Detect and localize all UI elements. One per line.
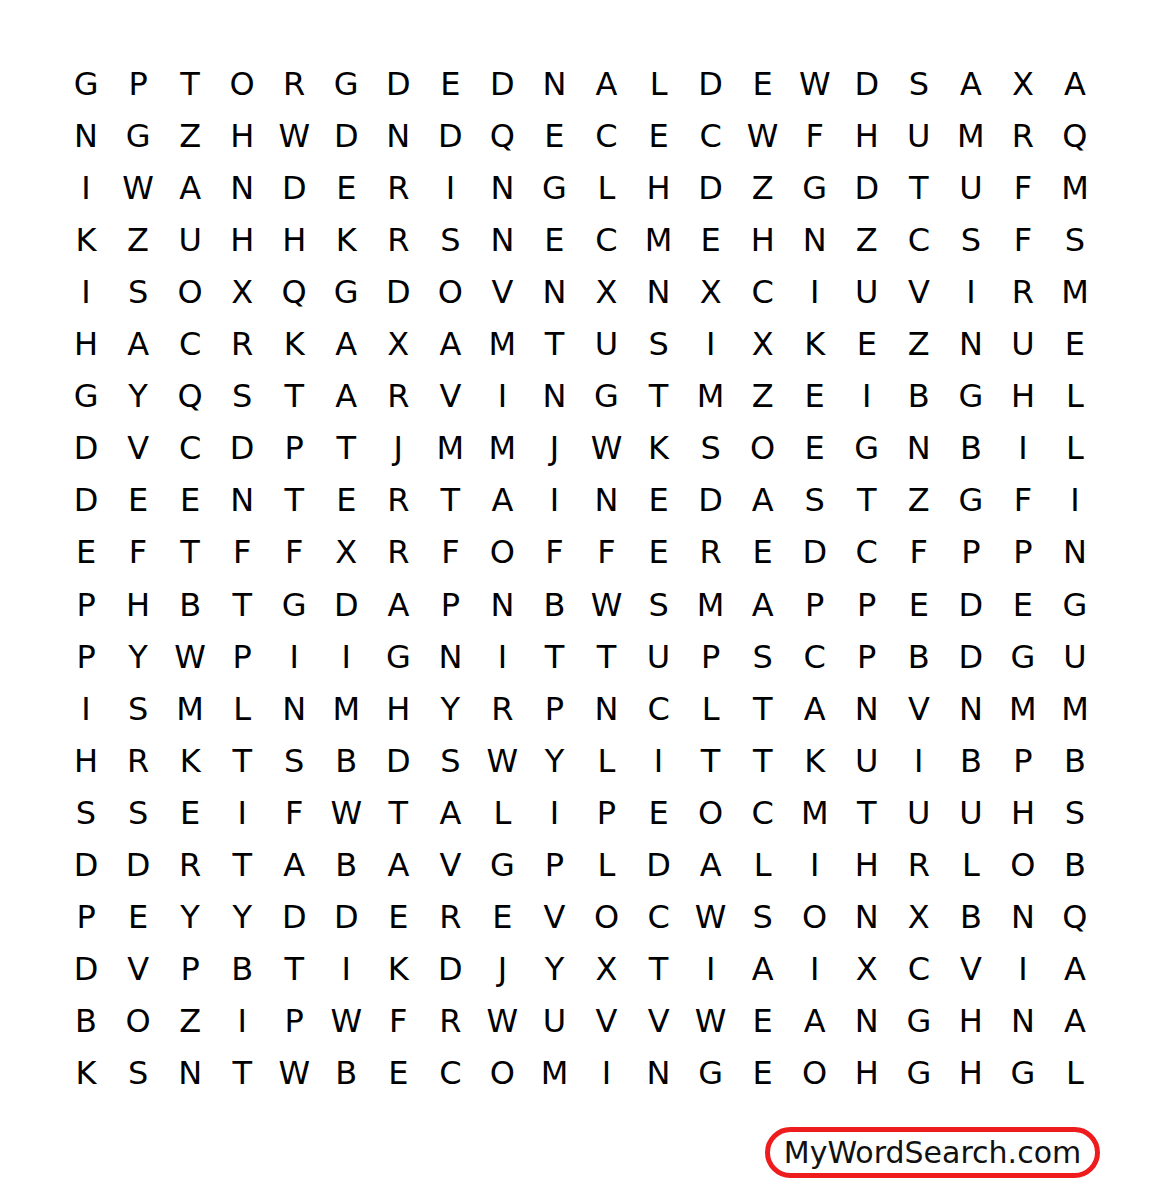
grid-cell-r2c2[interactable]: G	[112, 110, 164, 162]
grid-cell-r19c10[interactable]: U	[528, 995, 580, 1047]
grid-cell-r7c16[interactable]: I	[841, 370, 893, 422]
grid-cell-r12c18[interactable]: D	[945, 631, 997, 683]
grid-cell-r12c6[interactable]: I	[320, 631, 372, 683]
grid-cell-r19c18[interactable]: H	[945, 995, 997, 1047]
grid-cell-r15c9[interactable]: L	[476, 787, 528, 839]
grid-cell-r8c18[interactable]: B	[945, 422, 997, 474]
grid-cell-r7c5[interactable]: T	[268, 370, 320, 422]
grid-cell-r2c6[interactable]: D	[320, 110, 372, 162]
grid-cell-r15c10[interactable]: I	[528, 787, 580, 839]
grid-cell-r13c12[interactable]: C	[633, 683, 685, 735]
grid-cell-r9c19[interactable]: F	[997, 474, 1049, 526]
grid-cell-r4c6[interactable]: K	[320, 214, 372, 266]
grid-cell-r17c3[interactable]: Y	[164, 891, 216, 943]
grid-cell-r10c12[interactable]: E	[633, 526, 685, 578]
grid-cell-r20c4[interactable]: T	[216, 1047, 268, 1099]
grid-cell-r15c4[interactable]: I	[216, 787, 268, 839]
grid-cell-r9c13[interactable]: D	[685, 474, 737, 526]
grid-cell-r17c15[interactable]: O	[789, 891, 841, 943]
grid-cell-r6c12[interactable]: S	[633, 318, 685, 370]
grid-cell-r5c13[interactable]: X	[685, 266, 737, 318]
grid-cell-r7c3[interactable]: Q	[164, 370, 216, 422]
grid-cell-r12c5[interactable]: I	[268, 631, 320, 683]
grid-cell-r13c4[interactable]: L	[216, 683, 268, 735]
grid-cell-r14c5[interactable]: S	[268, 735, 320, 787]
grid-cell-r4c13[interactable]: E	[685, 214, 737, 266]
grid-cell-r15c17[interactable]: U	[893, 787, 945, 839]
grid-cell-r9c5[interactable]: T	[268, 474, 320, 526]
grid-cell-r19c7[interactable]: F	[372, 995, 424, 1047]
grid-cell-r19c16[interactable]: N	[841, 995, 893, 1047]
grid-cell-r16c18[interactable]: L	[945, 839, 997, 891]
grid-cell-r11c2[interactable]: H	[112, 578, 164, 630]
grid-cell-r17c19[interactable]: N	[997, 891, 1049, 943]
grid-cell-r7c17[interactable]: B	[893, 370, 945, 422]
grid-cell-r12c16[interactable]: P	[841, 631, 893, 683]
grid-cell-r20c6[interactable]: B	[320, 1047, 372, 1099]
grid-cell-r20c1[interactable]: K	[60, 1047, 112, 1099]
grid-cell-r13c6[interactable]: M	[320, 683, 372, 735]
grid-cell-r15c20[interactable]: S	[1049, 787, 1101, 839]
grid-cell-r19c2[interactable]: O	[112, 995, 164, 1047]
grid-cell-r17c2[interactable]: E	[112, 891, 164, 943]
grid-cell-r9c16[interactable]: T	[841, 474, 893, 526]
grid-cell-r18c17[interactable]: C	[893, 943, 945, 995]
grid-cell-r1c16[interactable]: D	[841, 58, 893, 110]
grid-cell-r20c5[interactable]: W	[268, 1047, 320, 1099]
grid-cell-r14c16[interactable]: U	[841, 735, 893, 787]
grid-cell-r2c1[interactable]: N	[60, 110, 112, 162]
grid-cell-r11c16[interactable]: P	[841, 578, 893, 630]
grid-cell-r7c9[interactable]: I	[476, 370, 528, 422]
grid-cell-r9c9[interactable]: A	[476, 474, 528, 526]
grid-cell-r5c17[interactable]: V	[893, 266, 945, 318]
grid-cell-r10c14[interactable]: E	[737, 526, 789, 578]
grid-cell-r10c13[interactable]: R	[685, 526, 737, 578]
grid-cell-r15c19[interactable]: H	[997, 787, 1049, 839]
grid-cell-r10c16[interactable]: C	[841, 526, 893, 578]
grid-cell-r20c14[interactable]: E	[737, 1047, 789, 1099]
grid-cell-r5c10[interactable]: N	[528, 266, 580, 318]
grid-cell-r14c9[interactable]: W	[476, 735, 528, 787]
grid-cell-r16c9[interactable]: G	[476, 839, 528, 891]
grid-cell-r7c12[interactable]: T	[633, 370, 685, 422]
grid-cell-r9c11[interactable]: N	[580, 474, 632, 526]
grid-cell-r14c20[interactable]: B	[1049, 735, 1101, 787]
grid-cell-r12c2[interactable]: Y	[112, 631, 164, 683]
grid-cell-r10c20[interactable]: N	[1049, 526, 1101, 578]
grid-cell-r9c1[interactable]: D	[60, 474, 112, 526]
grid-cell-r3c10[interactable]: G	[528, 162, 580, 214]
grid-cell-r17c20[interactable]: Q	[1049, 891, 1101, 943]
grid-cell-r16c3[interactable]: R	[164, 839, 216, 891]
grid-cell-r9c3[interactable]: E	[164, 474, 216, 526]
grid-cell-r15c2[interactable]: S	[112, 787, 164, 839]
grid-cell-r10c19[interactable]: P	[997, 526, 1049, 578]
grid-cell-r5c7[interactable]: D	[372, 266, 424, 318]
grid-cell-r3c4[interactable]: N	[216, 162, 268, 214]
grid-cell-r2c20[interactable]: Q	[1049, 110, 1101, 162]
grid-cell-r13c1[interactable]: I	[60, 683, 112, 735]
grid-cell-r12c14[interactable]: S	[737, 631, 789, 683]
grid-cell-r8c6[interactable]: T	[320, 422, 372, 474]
grid-cell-r4c19[interactable]: F	[997, 214, 1049, 266]
grid-cell-r17c10[interactable]: V	[528, 891, 580, 943]
grid-cell-r4c12[interactable]: M	[633, 214, 685, 266]
grid-cell-r1c12[interactable]: L	[633, 58, 685, 110]
grid-cell-r11c19[interactable]: E	[997, 578, 1049, 630]
grid-cell-r18c19[interactable]: I	[997, 943, 1049, 995]
grid-cell-r12c8[interactable]: N	[424, 631, 476, 683]
grid-cell-r19c14[interactable]: E	[737, 995, 789, 1047]
grid-cell-r18c2[interactable]: V	[112, 943, 164, 995]
grid-cell-r20c19[interactable]: G	[997, 1047, 1049, 1099]
grid-cell-r3c20[interactable]: M	[1049, 162, 1101, 214]
grid-cell-r9c7[interactable]: R	[372, 474, 424, 526]
grid-cell-r9c14[interactable]: A	[737, 474, 789, 526]
grid-cell-r6c11[interactable]: U	[580, 318, 632, 370]
grid-cell-r18c20[interactable]: A	[1049, 943, 1101, 995]
grid-cell-r11c8[interactable]: P	[424, 578, 476, 630]
grid-cell-r16c4[interactable]: T	[216, 839, 268, 891]
grid-cell-r10c17[interactable]: F	[893, 526, 945, 578]
grid-cell-r8c16[interactable]: G	[841, 422, 893, 474]
grid-cell-r14c2[interactable]: R	[112, 735, 164, 787]
grid-cell-r2c5[interactable]: W	[268, 110, 320, 162]
grid-cell-r1c4[interactable]: O	[216, 58, 268, 110]
grid-cell-r19c19[interactable]: N	[997, 995, 1049, 1047]
grid-cell-r16c12[interactable]: D	[633, 839, 685, 891]
grid-cell-r19c17[interactable]: G	[893, 995, 945, 1047]
grid-cell-r18c4[interactable]: B	[216, 943, 268, 995]
grid-cell-r6c6[interactable]: A	[320, 318, 372, 370]
grid-cell-r8c1[interactable]: D	[60, 422, 112, 474]
grid-cell-r8c3[interactable]: C	[164, 422, 216, 474]
grid-cell-r7c20[interactable]: L	[1049, 370, 1101, 422]
grid-cell-r19c11[interactable]: V	[580, 995, 632, 1047]
grid-cell-r13c2[interactable]: S	[112, 683, 164, 735]
grid-cell-r9c12[interactable]: E	[633, 474, 685, 526]
grid-cell-r10c2[interactable]: F	[112, 526, 164, 578]
grid-cell-r10c5[interactable]: F	[268, 526, 320, 578]
grid-cell-r3c3[interactable]: A	[164, 162, 216, 214]
grid-cell-r19c3[interactable]: Z	[164, 995, 216, 1047]
grid-cell-r1c3[interactable]: T	[164, 58, 216, 110]
grid-cell-r7c8[interactable]: V	[424, 370, 476, 422]
grid-cell-r6c7[interactable]: X	[372, 318, 424, 370]
grid-cell-r5c16[interactable]: U	[841, 266, 893, 318]
grid-cell-r11c3[interactable]: B	[164, 578, 216, 630]
grid-cell-r11c14[interactable]: A	[737, 578, 789, 630]
grid-cell-r3c17[interactable]: T	[893, 162, 945, 214]
grid-cell-r13c9[interactable]: R	[476, 683, 528, 735]
grid-cell-r3c9[interactable]: N	[476, 162, 528, 214]
grid-cell-r12c1[interactable]: P	[60, 631, 112, 683]
grid-cell-r5c6[interactable]: G	[320, 266, 372, 318]
grid-cell-r7c15[interactable]: E	[789, 370, 841, 422]
grid-cell-r11c4[interactable]: T	[216, 578, 268, 630]
grid-cell-r18c1[interactable]: D	[60, 943, 112, 995]
grid-cell-r12c12[interactable]: U	[633, 631, 685, 683]
grid-cell-r20c18[interactable]: H	[945, 1047, 997, 1099]
grid-cell-r12c13[interactable]: P	[685, 631, 737, 683]
grid-cell-r11c18[interactable]: D	[945, 578, 997, 630]
grid-cell-r4c15[interactable]: N	[789, 214, 841, 266]
grid-cell-r2c8[interactable]: D	[424, 110, 476, 162]
grid-cell-r8c19[interactable]: I	[997, 422, 1049, 474]
grid-cell-r18c5[interactable]: T	[268, 943, 320, 995]
grid-cell-r14c3[interactable]: K	[164, 735, 216, 787]
grid-cell-r3c19[interactable]: F	[997, 162, 1049, 214]
grid-cell-r19c4[interactable]: I	[216, 995, 268, 1047]
grid-cell-r11c12[interactable]: S	[633, 578, 685, 630]
grid-cell-r10c4[interactable]: F	[216, 526, 268, 578]
grid-cell-r16c13[interactable]: A	[685, 839, 737, 891]
grid-cell-r10c7[interactable]: R	[372, 526, 424, 578]
grid-cell-r5c19[interactable]: R	[997, 266, 1049, 318]
grid-cell-r18c15[interactable]: I	[789, 943, 841, 995]
grid-cell-r13c18[interactable]: N	[945, 683, 997, 735]
grid-cell-r9c6[interactable]: E	[320, 474, 372, 526]
grid-cell-r6c14[interactable]: X	[737, 318, 789, 370]
grid-cell-r16c11[interactable]: L	[580, 839, 632, 891]
grid-cell-r17c11[interactable]: O	[580, 891, 632, 943]
grid-cell-r16c16[interactable]: H	[841, 839, 893, 891]
grid-cell-r20c10[interactable]: M	[528, 1047, 580, 1099]
grid-cell-r1c11[interactable]: A	[580, 58, 632, 110]
grid-cell-r4c1[interactable]: K	[60, 214, 112, 266]
grid-cell-r20c11[interactable]: I	[580, 1047, 632, 1099]
grid-cell-r19c6[interactable]: W	[320, 995, 372, 1047]
grid-cell-r7c19[interactable]: H	[997, 370, 1049, 422]
grid-cell-r11c6[interactable]: D	[320, 578, 372, 630]
grid-cell-r3c1[interactable]: I	[60, 162, 112, 214]
grid-cell-r3c18[interactable]: U	[945, 162, 997, 214]
grid-cell-r18c7[interactable]: K	[372, 943, 424, 995]
grid-cell-r18c14[interactable]: A	[737, 943, 789, 995]
grid-cell-r17c8[interactable]: R	[424, 891, 476, 943]
grid-cell-r15c13[interactable]: O	[685, 787, 737, 839]
grid-cell-r16c14[interactable]: L	[737, 839, 789, 891]
grid-cell-r18c10[interactable]: Y	[528, 943, 580, 995]
grid-cell-r2c10[interactable]: E	[528, 110, 580, 162]
grid-cell-r6c3[interactable]: C	[164, 318, 216, 370]
grid-cell-r9c2[interactable]: E	[112, 474, 164, 526]
grid-cell-r14c11[interactable]: L	[580, 735, 632, 787]
grid-cell-r7c2[interactable]: Y	[112, 370, 164, 422]
grid-cell-r7c4[interactable]: S	[216, 370, 268, 422]
grid-cell-r19c15[interactable]: A	[789, 995, 841, 1047]
grid-cell-r3c12[interactable]: H	[633, 162, 685, 214]
grid-cell-r19c1[interactable]: B	[60, 995, 112, 1047]
grid-cell-r17c7[interactable]: E	[372, 891, 424, 943]
grid-cell-r10c11[interactable]: F	[580, 526, 632, 578]
grid-cell-r17c4[interactable]: Y	[216, 891, 268, 943]
grid-cell-r1c20[interactable]: A	[1049, 58, 1101, 110]
grid-cell-r13c11[interactable]: N	[580, 683, 632, 735]
grid-cell-r13c14[interactable]: T	[737, 683, 789, 735]
grid-cell-r18c13[interactable]: I	[685, 943, 737, 995]
grid-cell-r5c4[interactable]: X	[216, 266, 268, 318]
grid-cell-r5c14[interactable]: C	[737, 266, 789, 318]
grid-cell-r16c6[interactable]: B	[320, 839, 372, 891]
grid-cell-r6c9[interactable]: M	[476, 318, 528, 370]
grid-cell-r18c8[interactable]: D	[424, 943, 476, 995]
grid-cell-r12c10[interactable]: T	[528, 631, 580, 683]
grid-cell-r19c9[interactable]: W	[476, 995, 528, 1047]
grid-cell-r1c1[interactable]: G	[60, 58, 112, 110]
grid-cell-r1c13[interactable]: D	[685, 58, 737, 110]
grid-cell-r16c10[interactable]: P	[528, 839, 580, 891]
grid-cell-r16c7[interactable]: A	[372, 839, 424, 891]
grid-cell-r4c8[interactable]: S	[424, 214, 476, 266]
grid-cell-r6c8[interactable]: A	[424, 318, 476, 370]
grid-cell-r2c18[interactable]: M	[945, 110, 997, 162]
grid-cell-r14c1[interactable]: H	[60, 735, 112, 787]
grid-cell-r8c8[interactable]: M	[424, 422, 476, 474]
grid-cell-r10c18[interactable]: P	[945, 526, 997, 578]
grid-cell-r4c20[interactable]: S	[1049, 214, 1101, 266]
grid-cell-r14c18[interactable]: B	[945, 735, 997, 787]
grid-cell-r9c18[interactable]: G	[945, 474, 997, 526]
grid-cell-r11c11[interactable]: W	[580, 578, 632, 630]
grid-cell-r20c7[interactable]: E	[372, 1047, 424, 1099]
grid-cell-r9c4[interactable]: N	[216, 474, 268, 526]
grid-cell-r8c11[interactable]: W	[580, 422, 632, 474]
grid-cell-r18c6[interactable]: I	[320, 943, 372, 995]
grid-cell-r13c20[interactable]: M	[1049, 683, 1101, 735]
grid-cell-r9c20[interactable]: I	[1049, 474, 1101, 526]
grid-cell-r13c16[interactable]: N	[841, 683, 893, 735]
grid-cell-r14c13[interactable]: T	[685, 735, 737, 787]
grid-cell-r9c10[interactable]: I	[528, 474, 580, 526]
grid-cell-r6c19[interactable]: U	[997, 318, 1049, 370]
grid-cell-r8c2[interactable]: V	[112, 422, 164, 474]
grid-cell-r8c4[interactable]: D	[216, 422, 268, 474]
grid-cell-r16c17[interactable]: R	[893, 839, 945, 891]
grid-cell-r14c8[interactable]: S	[424, 735, 476, 787]
grid-cell-r19c20[interactable]: A	[1049, 995, 1101, 1047]
grid-cell-r11c5[interactable]: G	[268, 578, 320, 630]
grid-cell-r20c20[interactable]: L	[1049, 1047, 1101, 1099]
grid-cell-r17c9[interactable]: E	[476, 891, 528, 943]
grid-cell-r19c8[interactable]: R	[424, 995, 476, 1047]
grid-cell-r11c17[interactable]: E	[893, 578, 945, 630]
grid-cell-r11c15[interactable]: P	[789, 578, 841, 630]
grid-cell-r4c3[interactable]: U	[164, 214, 216, 266]
grid-cell-r2c14[interactable]: W	[737, 110, 789, 162]
grid-cell-r17c18[interactable]: B	[945, 891, 997, 943]
grid-cell-r15c6[interactable]: W	[320, 787, 372, 839]
grid-cell-r15c16[interactable]: T	[841, 787, 893, 839]
grid-cell-r1c6[interactable]: G	[320, 58, 372, 110]
grid-cell-r2c9[interactable]: Q	[476, 110, 528, 162]
grid-cell-r12c9[interactable]: I	[476, 631, 528, 683]
grid-cell-r19c13[interactable]: W	[685, 995, 737, 1047]
grid-cell-r6c13[interactable]: I	[685, 318, 737, 370]
grid-cell-r11c9[interactable]: N	[476, 578, 528, 630]
grid-cell-r7c6[interactable]: A	[320, 370, 372, 422]
grid-cell-r8c17[interactable]: N	[893, 422, 945, 474]
grid-cell-r1c17[interactable]: S	[893, 58, 945, 110]
grid-cell-r12c11[interactable]: T	[580, 631, 632, 683]
grid-cell-r4c2[interactable]: Z	[112, 214, 164, 266]
grid-cell-r11c1[interactable]: P	[60, 578, 112, 630]
grid-cell-r15c18[interactable]: U	[945, 787, 997, 839]
grid-cell-r12c7[interactable]: G	[372, 631, 424, 683]
grid-cell-r11c13[interactable]: M	[685, 578, 737, 630]
grid-cell-r13c7[interactable]: H	[372, 683, 424, 735]
grid-cell-r6c2[interactable]: A	[112, 318, 164, 370]
grid-cell-r14c7[interactable]: D	[372, 735, 424, 787]
grid-cell-r7c11[interactable]: G	[580, 370, 632, 422]
grid-cell-r14c10[interactable]: Y	[528, 735, 580, 787]
grid-cell-r1c9[interactable]: D	[476, 58, 528, 110]
grid-cell-r5c9[interactable]: V	[476, 266, 528, 318]
grid-cell-r19c5[interactable]: P	[268, 995, 320, 1047]
grid-cell-r4c14[interactable]: H	[737, 214, 789, 266]
grid-cell-r18c11[interactable]: X	[580, 943, 632, 995]
grid-cell-r5c2[interactable]: S	[112, 266, 164, 318]
grid-cell-r12c4[interactable]: P	[216, 631, 268, 683]
grid-cell-r10c10[interactable]: F	[528, 526, 580, 578]
grid-cell-r17c13[interactable]: W	[685, 891, 737, 943]
grid-cell-r20c17[interactable]: G	[893, 1047, 945, 1099]
grid-cell-r20c13[interactable]: G	[685, 1047, 737, 1099]
grid-cell-r7c10[interactable]: N	[528, 370, 580, 422]
grid-cell-r8c13[interactable]: S	[685, 422, 737, 474]
grid-cell-r2c15[interactable]: F	[789, 110, 841, 162]
grid-cell-r16c8[interactable]: V	[424, 839, 476, 891]
grid-cell-r12c17[interactable]: B	[893, 631, 945, 683]
grid-cell-r3c6[interactable]: E	[320, 162, 372, 214]
grid-cell-r3c7[interactable]: R	[372, 162, 424, 214]
grid-cell-r14c17[interactable]: I	[893, 735, 945, 787]
grid-cell-r15c11[interactable]: P	[580, 787, 632, 839]
grid-cell-r6c4[interactable]: R	[216, 318, 268, 370]
mywordsearch-logo[interactable]: MyWordSearch.com	[765, 1127, 1100, 1178]
grid-cell-r13c19[interactable]: M	[997, 683, 1049, 735]
grid-cell-r18c12[interactable]: T	[633, 943, 685, 995]
grid-cell-r1c2[interactable]: P	[112, 58, 164, 110]
grid-cell-r14c6[interactable]: B	[320, 735, 372, 787]
grid-cell-r5c20[interactable]: M	[1049, 266, 1101, 318]
grid-cell-r9c8[interactable]: T	[424, 474, 476, 526]
grid-cell-r3c16[interactable]: D	[841, 162, 893, 214]
grid-cell-r13c13[interactable]: L	[685, 683, 737, 735]
grid-cell-r17c5[interactable]: D	[268, 891, 320, 943]
grid-cell-r17c1[interactable]: P	[60, 891, 112, 943]
grid-cell-r19c12[interactable]: V	[633, 995, 685, 1047]
grid-cell-r3c8[interactable]: I	[424, 162, 476, 214]
grid-cell-r8c10[interactable]: J	[528, 422, 580, 474]
grid-cell-r11c20[interactable]: G	[1049, 578, 1101, 630]
grid-cell-r4c17[interactable]: C	[893, 214, 945, 266]
grid-cell-r14c19[interactable]: P	[997, 735, 1049, 787]
grid-cell-r5c1[interactable]: I	[60, 266, 112, 318]
grid-cell-r17c6[interactable]: D	[320, 891, 372, 943]
grid-cell-r7c18[interactable]: G	[945, 370, 997, 422]
grid-cell-r6c15[interactable]: K	[789, 318, 841, 370]
grid-cell-r5c15[interactable]: I	[789, 266, 841, 318]
grid-cell-r9c15[interactable]: S	[789, 474, 841, 526]
grid-cell-r5c8[interactable]: O	[424, 266, 476, 318]
grid-cell-r12c19[interactable]: G	[997, 631, 1049, 683]
grid-cell-r13c10[interactable]: P	[528, 683, 580, 735]
grid-cell-r20c15[interactable]: O	[789, 1047, 841, 1099]
grid-cell-r14c4[interactable]: T	[216, 735, 268, 787]
grid-cell-r6c1[interactable]: H	[60, 318, 112, 370]
